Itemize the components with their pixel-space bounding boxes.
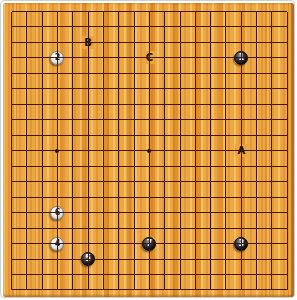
grid-line-h-16 <box>12 243 288 244</box>
grid-line-h-19 <box>12 289 288 290</box>
grid-line-v-12 <box>180 12 181 290</box>
grid-line-v-13 <box>195 12 196 290</box>
grid-line-v-17 <box>256 12 257 290</box>
grid-line-v-18 <box>271 12 272 290</box>
grid-line-v-14 <box>210 12 211 290</box>
grid-line-h-15 <box>12 228 288 229</box>
grid-line-h-18 <box>12 274 288 275</box>
grid-line-v-19 <box>287 12 288 290</box>
diagram-frame: 1 2 3 4 5 6 7 A B C <box>0 0 295 298</box>
star-point <box>55 149 59 153</box>
grid-line-v-15 <box>225 12 226 290</box>
grid-line-h-12 <box>12 181 288 182</box>
go-board[interactable]: 1 2 3 4 5 6 7 A B C <box>3 3 294 297</box>
grid-line-h-11 <box>12 166 288 167</box>
grid-line-v-16 <box>241 12 242 290</box>
grid-line-h-17 <box>12 259 288 260</box>
grid-line-h-14 <box>12 212 288 213</box>
grid-line-v-11 <box>164 12 165 290</box>
grid-line-h-13 <box>12 197 288 198</box>
star-point <box>147 149 151 153</box>
